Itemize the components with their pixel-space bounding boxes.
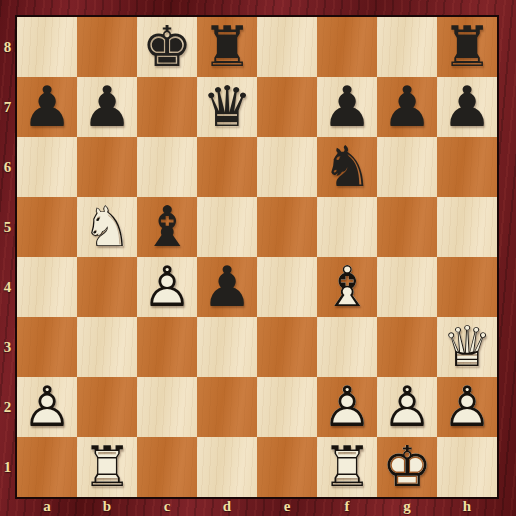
square-f4[interactable]: ♝♗ (317, 257, 377, 317)
square-h3[interactable]: ♛♕ (437, 317, 497, 377)
black-rook-glyph: ♜ (197, 17, 257, 77)
black-pawn-glyph: ♟ (437, 77, 497, 137)
white-pawn-outline: ♙ (317, 377, 377, 437)
white-rook-outline: ♖ (317, 437, 377, 497)
file-label-c: c (137, 498, 197, 515)
piece-black-rook[interactable]: ♜ (197, 17, 257, 77)
file-labels: abcdefgh (17, 498, 497, 515)
black-pawn-glyph: ♟ (77, 77, 137, 137)
rank-label-4: 4 (0, 257, 15, 317)
square-c5[interactable]: ♝ (137, 197, 197, 257)
file-label-h: h (437, 498, 497, 515)
square-c3[interactable] (137, 317, 197, 377)
square-h4[interactable] (437, 257, 497, 317)
piece-black-pawn[interactable]: ♟ (197, 257, 257, 317)
square-d5[interactable] (197, 197, 257, 257)
piece-black-knight[interactable]: ♞ (317, 137, 377, 197)
chessboard-frame: 87654321 abcdefgh ♚♜♜♟♟♛♟♟♟♞♞♘♝♟♙♟♝♗♛♕♟♙… (0, 0, 516, 516)
square-a7[interactable]: ♟ (17, 77, 77, 137)
white-pawn-outline: ♙ (377, 377, 437, 437)
square-b7[interactable]: ♟ (77, 77, 137, 137)
black-pawn-glyph: ♟ (377, 77, 437, 137)
rank-label-1: 1 (0, 437, 15, 497)
square-d3[interactable] (197, 317, 257, 377)
black-knight-glyph: ♞ (317, 137, 377, 197)
piece-white-pawn[interactable]: ♟♙ (17, 377, 77, 437)
file-label-a: a (17, 498, 77, 515)
piece-black-queen[interactable]: ♛ (197, 77, 257, 137)
square-f2[interactable]: ♟♙ (317, 377, 377, 437)
square-d6[interactable] (197, 137, 257, 197)
square-h2[interactable]: ♟♙ (437, 377, 497, 437)
square-h7[interactable]: ♟ (437, 77, 497, 137)
square-b4[interactable] (77, 257, 137, 317)
rank-label-5: 5 (0, 197, 15, 257)
piece-white-king[interactable]: ♚♔ (377, 437, 437, 497)
square-b8[interactable] (77, 17, 137, 77)
square-h1[interactable] (437, 437, 497, 497)
black-pawn-glyph: ♟ (197, 257, 257, 317)
square-d1[interactable] (197, 437, 257, 497)
piece-white-pawn[interactable]: ♟♙ (377, 377, 437, 437)
square-e6[interactable] (257, 137, 317, 197)
file-label-b: b (77, 498, 137, 515)
square-g7[interactable]: ♟ (377, 77, 437, 137)
square-d7[interactable]: ♛ (197, 77, 257, 137)
rank-label-6: 6 (0, 137, 15, 197)
square-h8[interactable]: ♜ (437, 17, 497, 77)
black-pawn-glyph: ♟ (17, 77, 77, 137)
rank-label-7: 7 (0, 77, 15, 137)
piece-black-king[interactable]: ♚ (137, 17, 197, 77)
file-label-e: e (257, 498, 317, 515)
square-a2[interactable]: ♟♙ (17, 377, 77, 437)
square-c4[interactable]: ♟♙ (137, 257, 197, 317)
square-c7[interactable] (137, 77, 197, 137)
rank-label-8: 8 (0, 17, 15, 77)
square-f6[interactable]: ♞ (317, 137, 377, 197)
square-b6[interactable] (77, 137, 137, 197)
white-pawn-outline: ♙ (137, 257, 197, 317)
square-b5[interactable]: ♞♘ (77, 197, 137, 257)
square-e8[interactable] (257, 17, 317, 77)
square-d2[interactable] (197, 377, 257, 437)
black-rook-glyph: ♜ (437, 17, 497, 77)
file-label-g: g (377, 498, 437, 515)
square-a8[interactable] (17, 17, 77, 77)
rank-label-2: 2 (0, 377, 15, 437)
piece-white-rook[interactable]: ♜♖ (77, 437, 137, 497)
square-c1[interactable] (137, 437, 197, 497)
square-e1[interactable] (257, 437, 317, 497)
square-b2[interactable] (77, 377, 137, 437)
square-d4[interactable]: ♟ (197, 257, 257, 317)
square-f1[interactable]: ♜♖ (317, 437, 377, 497)
square-a4[interactable] (17, 257, 77, 317)
white-knight-outline: ♘ (77, 197, 137, 257)
square-b1[interactable]: ♜♖ (77, 437, 137, 497)
piece-black-pawn[interactable]: ♟ (317, 77, 377, 137)
piece-white-pawn[interactable]: ♟♙ (137, 257, 197, 317)
square-e4[interactable] (257, 257, 317, 317)
piece-black-bishop[interactable]: ♝ (137, 197, 197, 257)
piece-black-pawn[interactable]: ♟ (17, 77, 77, 137)
piece-white-knight[interactable]: ♞♘ (77, 197, 137, 257)
square-g4[interactable] (377, 257, 437, 317)
rank-label-3: 3 (0, 317, 15, 377)
square-c6[interactable] (137, 137, 197, 197)
white-pawn-outline: ♙ (17, 377, 77, 437)
square-g1[interactable]: ♚♔ (377, 437, 437, 497)
piece-black-pawn[interactable]: ♟ (377, 77, 437, 137)
square-a6[interactable] (17, 137, 77, 197)
black-king-glyph: ♚ (137, 17, 197, 77)
black-pawn-glyph: ♟ (317, 77, 377, 137)
file-label-f: f (317, 498, 377, 515)
piece-black-pawn[interactable]: ♟ (77, 77, 137, 137)
square-f8[interactable] (317, 17, 377, 77)
square-f5[interactable] (317, 197, 377, 257)
piece-white-rook[interactable]: ♜♖ (317, 437, 377, 497)
piece-white-pawn[interactable]: ♟♙ (317, 377, 377, 437)
white-king-outline: ♔ (377, 437, 437, 497)
square-f7[interactable]: ♟ (317, 77, 377, 137)
piece-white-bishop[interactable]: ♝♗ (317, 257, 377, 317)
square-c2[interactable] (137, 377, 197, 437)
chessboard: ♚♜♜♟♟♛♟♟♟♞♞♘♝♟♙♟♝♗♛♕♟♙♟♙♟♙♟♙♜♖♜♖♚♔ (15, 15, 499, 499)
black-queen-glyph: ♛ (197, 77, 257, 137)
piece-white-pawn[interactable]: ♟♙ (437, 377, 497, 437)
black-bishop-glyph: ♝ (137, 197, 197, 257)
piece-white-queen[interactable]: ♛♕ (437, 317, 497, 377)
square-e5[interactable] (257, 197, 317, 257)
square-g3[interactable] (377, 317, 437, 377)
square-f3[interactable] (317, 317, 377, 377)
square-g2[interactable]: ♟♙ (377, 377, 437, 437)
file-label-d: d (197, 498, 257, 515)
piece-black-pawn[interactable]: ♟ (437, 77, 497, 137)
square-a3[interactable] (17, 317, 77, 377)
square-h5[interactable] (437, 197, 497, 257)
white-bishop-outline: ♗ (317, 257, 377, 317)
square-a5[interactable] (17, 197, 77, 257)
square-g8[interactable] (377, 17, 437, 77)
square-c8[interactable]: ♚ (137, 17, 197, 77)
square-e3[interactable] (257, 317, 317, 377)
square-h6[interactable] (437, 137, 497, 197)
square-e2[interactable] (257, 377, 317, 437)
square-e7[interactable] (257, 77, 317, 137)
white-rook-outline: ♖ (77, 437, 137, 497)
square-a1[interactable] (17, 437, 77, 497)
square-b3[interactable] (77, 317, 137, 377)
white-queen-outline: ♕ (437, 317, 497, 377)
square-d8[interactable]: ♜ (197, 17, 257, 77)
piece-black-rook[interactable]: ♜ (437, 17, 497, 77)
white-pawn-outline: ♙ (437, 377, 497, 437)
rank-labels: 87654321 (0, 17, 15, 497)
square-g5[interactable] (377, 197, 437, 257)
square-g6[interactable] (377, 137, 437, 197)
